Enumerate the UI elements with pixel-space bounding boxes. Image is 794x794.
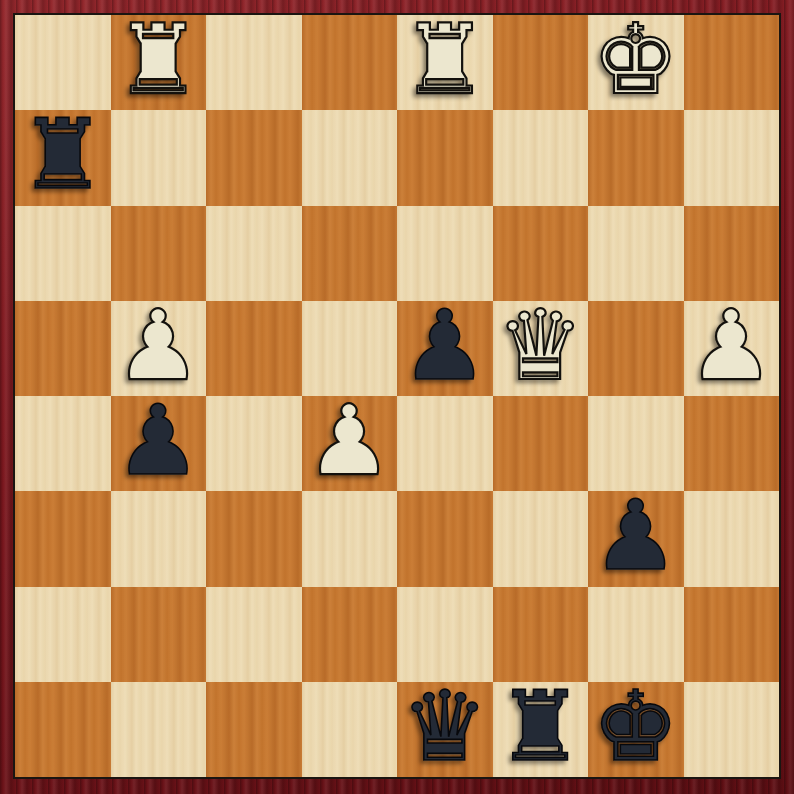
- black-pawn-g3[interactable]: ♟: [592, 491, 679, 584]
- white-king-g8[interactable]: ♚: [592, 15, 679, 108]
- square-f7[interactable]: [493, 110, 589, 205]
- square-a3[interactable]: [15, 491, 111, 586]
- black-rook-a7[interactable]: ♜: [19, 110, 106, 203]
- square-f8[interactable]: [493, 15, 589, 110]
- square-b8[interactable]: ♜: [111, 15, 207, 110]
- square-h2[interactable]: [684, 587, 780, 682]
- square-g4[interactable]: [588, 396, 684, 491]
- square-c6[interactable]: [206, 206, 302, 301]
- square-f4[interactable]: [493, 396, 589, 491]
- square-b2[interactable]: [111, 587, 207, 682]
- square-c2[interactable]: [206, 587, 302, 682]
- square-b7[interactable]: [111, 110, 207, 205]
- square-d1[interactable]: [302, 682, 398, 777]
- square-d6[interactable]: [302, 206, 398, 301]
- square-b4[interactable]: ♟: [111, 396, 207, 491]
- square-c7[interactable]: [206, 110, 302, 205]
- square-c5[interactable]: [206, 301, 302, 396]
- square-a5[interactable]: [15, 301, 111, 396]
- square-f6[interactable]: [493, 206, 589, 301]
- square-f1[interactable]: ♜: [493, 682, 589, 777]
- black-rook-f1[interactable]: ♜: [497, 682, 584, 775]
- square-h3[interactable]: [684, 491, 780, 586]
- square-g7[interactable]: [588, 110, 684, 205]
- square-g1[interactable]: ♚: [588, 682, 684, 777]
- square-g8[interactable]: ♚: [588, 15, 684, 110]
- square-h4[interactable]: [684, 396, 780, 491]
- square-c8[interactable]: [206, 15, 302, 110]
- square-e6[interactable]: [397, 206, 493, 301]
- black-king-g1[interactable]: ♚: [592, 682, 679, 775]
- square-a4[interactable]: [15, 396, 111, 491]
- square-g6[interactable]: [588, 206, 684, 301]
- chess-board: ♜♜♚♜♟♟♛♟♟♟♟♛♜♚: [13, 13, 781, 779]
- square-h5[interactable]: ♟: [684, 301, 780, 396]
- square-d3[interactable]: [302, 491, 398, 586]
- square-h1[interactable]: [684, 682, 780, 777]
- square-c1[interactable]: [206, 682, 302, 777]
- square-d5[interactable]: [302, 301, 398, 396]
- square-b1[interactable]: [111, 682, 207, 777]
- square-g5[interactable]: [588, 301, 684, 396]
- square-e4[interactable]: [397, 396, 493, 491]
- square-f3[interactable]: [493, 491, 589, 586]
- square-c3[interactable]: [206, 491, 302, 586]
- square-f2[interactable]: [493, 587, 589, 682]
- square-a8[interactable]: [15, 15, 111, 110]
- square-d2[interactable]: [302, 587, 398, 682]
- square-a6[interactable]: [15, 206, 111, 301]
- white-pawn-h5[interactable]: ♟: [688, 301, 775, 394]
- square-h6[interactable]: [684, 206, 780, 301]
- white-queen-f5[interactable]: ♛: [497, 301, 584, 394]
- square-d4[interactable]: ♟: [302, 396, 398, 491]
- square-b5[interactable]: ♟: [111, 301, 207, 396]
- square-h7[interactable]: [684, 110, 780, 205]
- square-a1[interactable]: [15, 682, 111, 777]
- square-g2[interactable]: [588, 587, 684, 682]
- white-pawn-b5[interactable]: ♟: [115, 301, 202, 394]
- square-e2[interactable]: [397, 587, 493, 682]
- white-rook-e8[interactable]: ♜: [401, 15, 488, 108]
- square-d7[interactable]: [302, 110, 398, 205]
- square-f5[interactable]: ♛: [493, 301, 589, 396]
- square-b6[interactable]: [111, 206, 207, 301]
- square-b3[interactable]: [111, 491, 207, 586]
- square-g3[interactable]: ♟: [588, 491, 684, 586]
- square-h8[interactable]: [684, 15, 780, 110]
- white-pawn-d4[interactable]: ♟: [306, 396, 393, 489]
- square-a7[interactable]: ♜: [15, 110, 111, 205]
- black-queen-e1[interactable]: ♛: [401, 682, 488, 775]
- square-e5[interactable]: ♟: [397, 301, 493, 396]
- square-e3[interactable]: [397, 491, 493, 586]
- white-rook-b8[interactable]: ♜: [115, 15, 202, 108]
- square-d8[interactable]: [302, 15, 398, 110]
- square-e1[interactable]: ♛: [397, 682, 493, 777]
- square-a2[interactable]: [15, 587, 111, 682]
- square-e8[interactable]: ♜: [397, 15, 493, 110]
- chess-diagram: ♜♜♚♜♟♟♛♟♟♟♟♛♜♚: [0, 0, 794, 794]
- black-pawn-e5[interactable]: ♟: [401, 301, 488, 394]
- square-e7[interactable]: [397, 110, 493, 205]
- black-pawn-b4[interactable]: ♟: [115, 396, 202, 489]
- square-c4[interactable]: [206, 396, 302, 491]
